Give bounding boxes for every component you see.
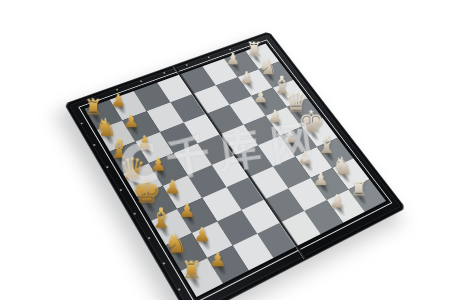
photo-background: ♜♞♝♛♚♝♞♜♟♟♟♟♟♟♟♟♟♟♟♟♟♟♟♟♜♞♝♛♚♝♞♜ C 千库网 <box>0 0 450 300</box>
board-scene: ♜♞♝♛♚♝♞♜♟♟♟♟♟♟♟♟♟♟♟♟♟♟♟♟♜♞♝♛♚♝♞♜ <box>0 0 450 300</box>
chess-board: ♜♞♝♛♚♝♞♜♟♟♟♟♟♟♟♟♟♟♟♟♟♟♟♟♜♞♝♛♚♝♞♜ <box>64 31 406 300</box>
piece-silver-pawn: ♟ <box>320 192 354 210</box>
piece-gold-knight: ♞ <box>157 230 194 257</box>
board-grid: ♜♞♝♛♚♝♞♜♟♟♟♟♟♟♟♟♟♟♟♟♟♟♟♟♜♞♝♛♚♝♞♜ <box>82 42 389 300</box>
board-frame: ♜♞♝♛♚♝♞♜♟♟♟♟♟♟♟♟♟♟♟♟♟♟♟♟♜♞♝♛♚♝♞♜ <box>64 31 406 300</box>
piece-gold-rook: ♜ <box>172 258 210 282</box>
